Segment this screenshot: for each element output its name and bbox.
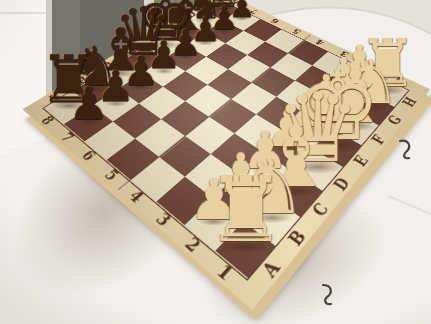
file-label-g-near: G	[386, 114, 404, 127]
file-label-e-near: E	[351, 154, 370, 169]
door-panel-line	[0, 12, 50, 14]
photo-scene: AA11BB22CC33DD44EE55FF66GG77HH88 ♜︎♞︎♝︎♛…	[0, 0, 431, 324]
file-label-f-near: F	[369, 133, 387, 146]
